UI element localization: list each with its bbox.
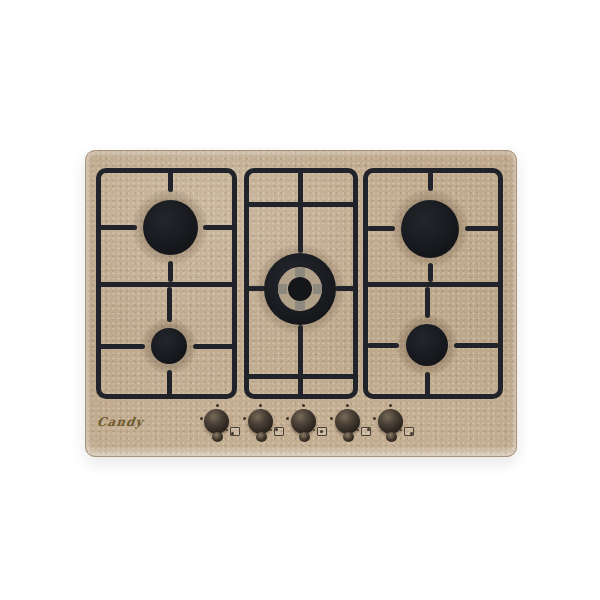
burner-position-icon-front-right <box>404 427 414 436</box>
right-grate-mid-bar <box>363 282 503 287</box>
center-grate-arm <box>298 325 303 399</box>
right-grate-arm <box>465 226 499 231</box>
right-grate-arm <box>367 226 395 231</box>
min-flame-mark <box>270 429 272 431</box>
left-grate-arm <box>99 225 137 230</box>
wok-ring-segment-south <box>295 301 305 310</box>
left-grate-arm <box>193 344 234 349</box>
burner-back-right <box>401 200 459 258</box>
burner-position-icon-center <box>317 427 327 436</box>
max-flame-mark <box>286 417 289 420</box>
knob-off-dot <box>216 404 219 407</box>
burner-position-icon-front-left <box>230 427 240 436</box>
right-grate-arm <box>367 343 399 348</box>
left-grate-arm <box>168 261 173 282</box>
knob-off-dot <box>346 404 349 407</box>
left-grate-arm <box>203 225 234 230</box>
knob-stem <box>256 432 267 442</box>
knob-stem <box>212 432 223 442</box>
gas-hob-body: Candy <box>85 150 517 457</box>
max-flame-mark <box>373 417 376 420</box>
right-grate-arm <box>428 263 433 282</box>
knob-off-dot <box>259 404 262 407</box>
knob-stem <box>299 432 310 442</box>
min-flame-mark <box>400 429 402 431</box>
wok-ring-segment-east <box>313 284 322 294</box>
right-grate-arm <box>425 372 430 396</box>
left-grate-arm <box>99 344 145 349</box>
burner-front-left <box>151 328 187 364</box>
min-flame-mark <box>357 429 359 431</box>
max-flame-mark <box>330 417 333 420</box>
knob-off-dot <box>302 404 305 407</box>
center-grate-arm <box>298 168 303 253</box>
left-grate-mid-bar <box>96 282 237 287</box>
center-grate-arm <box>244 286 266 291</box>
left-grate-arm <box>167 370 172 396</box>
right-grate-arm <box>425 287 430 318</box>
min-flame-mark <box>226 429 228 431</box>
product-photo: Candy <box>0 0 600 600</box>
wok-ring-segment-north <box>295 268 305 277</box>
min-flame-mark <box>313 429 315 431</box>
burner-position-icon-back-right <box>361 427 371 436</box>
brand-logo: Candy <box>96 415 144 429</box>
right-grate-arm <box>454 343 499 348</box>
burner-back-left <box>143 200 198 255</box>
burner-position-icon-back-left <box>274 427 284 436</box>
center-grate-arm <box>335 286 358 291</box>
right-grate-arm <box>428 171 433 191</box>
left-grate-arm <box>167 287 172 322</box>
burner-front-right <box>406 324 448 366</box>
knob-stem <box>386 432 397 442</box>
knob-stem <box>343 432 354 442</box>
max-flame-mark <box>243 417 246 420</box>
left-grate-arm <box>168 171 173 192</box>
wok-ring-segment-west <box>278 284 287 294</box>
max-flame-mark <box>200 417 203 420</box>
knob-off-dot <box>389 404 392 407</box>
